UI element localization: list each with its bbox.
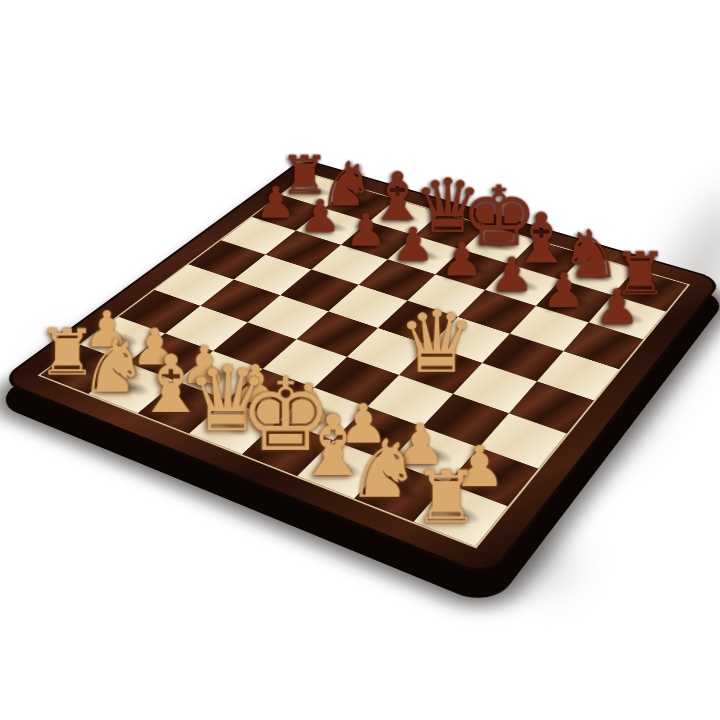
piece-shadow	[248, 383, 293, 406]
piece-shadow	[354, 422, 401, 447]
piece-shadow	[319, 456, 367, 482]
product-photo-stage: ♜♞♝♛♚♝♞♜♟♟♟♟♟♟♟♟♛♟♟♟♟♟♟♟♟♜♞♝♛♚♝♞♜	[0, 0, 720, 720]
square-g5	[482, 334, 563, 382]
piece-shadow	[453, 261, 493, 279]
piece-shadow	[418, 358, 462, 380]
piece-shadow	[341, 196, 378, 212]
square-d2: ♟	[227, 369, 314, 420]
square-b4	[200, 280, 280, 323]
piece-shadow	[376, 478, 425, 505]
square-b2: ♟	[128, 334, 213, 382]
piece-shadow	[436, 500, 486, 528]
piece-shadow	[629, 281, 670, 300]
piece-shadow	[298, 183, 335, 198]
piece-shadow	[313, 218, 351, 235]
piece-shadow	[553, 291, 595, 310]
piece-shadow	[62, 358, 106, 380]
piece-shadow	[432, 223, 471, 240]
piece-shadow	[386, 209, 424, 225]
piece-shadow	[502, 276, 543, 295]
piece-shadow	[197, 364, 241, 386]
piece-shadow	[211, 415, 257, 439]
piece-shadow	[405, 246, 445, 264]
piece-shadow	[606, 307, 648, 327]
piece-shadow	[149, 347, 192, 369]
piece-shadow	[160, 395, 206, 419]
piece-shadow	[479, 237, 518, 254]
chess-board-3d: ♜♞♝♛♚♝♞♜♟♟♟♟♟♟♟♟♛♟♟♟♟♟♟♟♟♜♞♝♛♚♝♞♜	[0, 159, 720, 579]
piece-shadow	[101, 329, 144, 350]
piece-shadow	[269, 205, 307, 221]
piece-shadow	[264, 435, 311, 460]
piece-shadow	[528, 251, 568, 269]
piece-shadow	[358, 232, 397, 249]
board-rosewood-border: ♜♞♝♛♚♝♞♜♟♟♟♟♟♟♟♟♛♟♟♟♟♟♟♟♟♜♞♝♛♚♝♞♜	[0, 159, 720, 579]
piece-shadow	[410, 442, 458, 468]
piece-shadow	[110, 377, 155, 400]
black-rook-h8: ♜	[612, 247, 669, 302]
piece-shadow	[300, 402, 346, 426]
piece-shadow	[468, 463, 517, 490]
piece-shadow	[578, 266, 619, 284]
chess-board-grid: ♜♞♝♛♚♝♞♜♟♟♟♟♟♟♟♟♛♟♟♟♟♟♟♟♟♜♞♝♛♚♝♞♜	[41, 174, 688, 546]
